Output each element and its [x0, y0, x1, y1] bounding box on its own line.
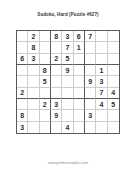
sudoku-cell-r9c9[interactable]	[108, 122, 119, 133]
sudoku-cell-r3c3[interactable]	[40, 54, 51, 65]
sudoku-cell-r8c5[interactable]	[62, 110, 73, 121]
sudoku-board: 283678716325891593274234589334	[16, 30, 120, 134]
sudoku-cell-r9c3[interactable]	[40, 122, 51, 133]
sudoku-cell-r5c3[interactable]: 5	[40, 76, 51, 87]
sudoku-cell-r6c8[interactable]: 7	[96, 88, 107, 99]
sudoku-cell-r2c7[interactable]	[85, 42, 96, 53]
sudoku-cell-r7c7[interactable]	[85, 99, 96, 110]
sudoku-cell-r1c4[interactable]: 8	[51, 31, 62, 42]
sudoku-cell-r7c8[interactable]: 4	[96, 99, 107, 110]
sudoku-cell-r5c4[interactable]	[51, 76, 62, 87]
sudoku-cell-r6c4[interactable]	[51, 88, 62, 99]
sudoku-cell-r4c3[interactable]: 8	[40, 65, 51, 76]
sudoku-cell-r3c5[interactable]: 5	[62, 54, 73, 65]
sudoku-cell-r4c4[interactable]	[51, 65, 62, 76]
sudoku-cell-r3c9[interactable]	[108, 54, 119, 65]
sudoku-cell-r6c7[interactable]	[85, 88, 96, 99]
sudoku-cell-r3c1[interactable]: 6	[17, 54, 28, 65]
sudoku-cell-r1c5[interactable]: 3	[62, 31, 73, 42]
sudoku-cell-r5c8[interactable]: 3	[96, 76, 107, 87]
sudoku-cell-r1c6[interactable]: 6	[74, 31, 85, 42]
sudoku-cell-r1c1[interactable]	[17, 31, 28, 42]
sudoku-cell-r5c5[interactable]	[62, 76, 73, 87]
sudoku-cell-r5c7[interactable]: 9	[85, 76, 96, 87]
sudoku-cell-r2c5[interactable]: 7	[62, 42, 73, 53]
sudoku-cell-r2c1[interactable]	[17, 42, 28, 53]
sudoku-cell-r8c9[interactable]	[108, 110, 119, 121]
sudoku-cell-r2c2[interactable]: 8	[28, 42, 39, 53]
sudoku-cell-r9c6[interactable]	[74, 122, 85, 133]
sudoku-cell-r6c2[interactable]	[28, 88, 39, 99]
sudoku-cell-r6c5[interactable]	[62, 88, 73, 99]
sudoku-cell-r5c1[interactable]	[17, 76, 28, 87]
sudoku-cell-r3c2[interactable]: 3	[28, 54, 39, 65]
sudoku-cell-r3c6[interactable]	[74, 54, 85, 65]
sudoku-cell-r4c9[interactable]	[108, 65, 119, 76]
puzzle-title: Sudoku, Hard (Puzzle #627)	[0, 12, 136, 18]
sudoku-cell-r2c8[interactable]	[96, 42, 107, 53]
sudoku-cell-r3c8[interactable]	[96, 54, 107, 65]
sudoku-cell-r4c2[interactable]	[28, 65, 39, 76]
sudoku-cell-r1c2[interactable]: 2	[28, 31, 39, 42]
sudoku-cell-r4c8[interactable]: 1	[96, 65, 107, 76]
sudoku-cell-r6c6[interactable]	[74, 88, 85, 99]
sudoku-cell-r3c7[interactable]	[85, 54, 96, 65]
sudoku-cell-r2c4[interactable]	[51, 42, 62, 53]
sudoku-cell-r1c9[interactable]	[108, 31, 119, 42]
sudoku-cell-r5c6[interactable]	[74, 76, 85, 87]
sudoku-cell-r9c5[interactable]: 4	[62, 122, 73, 133]
sudoku-cell-r8c1[interactable]: 8	[17, 110, 28, 121]
sudoku-cell-r4c5[interactable]: 9	[62, 65, 73, 76]
sudoku-cell-r5c9[interactable]	[108, 76, 119, 87]
sudoku-cell-r1c3[interactable]	[40, 31, 51, 42]
sudoku-cell-r7c2[interactable]	[28, 99, 39, 110]
sudoku-cell-r2c3[interactable]	[40, 42, 51, 53]
sudoku-cell-r8c8[interactable]	[96, 110, 107, 121]
sudoku-cell-r9c1[interactable]: 3	[17, 122, 28, 133]
sudoku-cell-r9c2[interactable]	[28, 122, 39, 133]
puzzle-page: Sudoku, Hard (Puzzle #627) 2836787163258…	[0, 0, 136, 176]
sudoku-cell-r4c6[interactable]	[74, 65, 85, 76]
footer-url: www.printfreesudoku.com	[0, 161, 136, 166]
sudoku-cell-r6c1[interactable]: 2	[17, 88, 28, 99]
sudoku-cell-r7c1[interactable]	[17, 99, 28, 110]
sudoku-cell-r2c6[interactable]: 1	[74, 42, 85, 53]
sudoku-cell-r7c9[interactable]: 5	[108, 99, 119, 110]
sudoku-cell-r8c4[interactable]: 9	[51, 110, 62, 121]
sudoku-cell-r5c2[interactable]	[28, 76, 39, 87]
sudoku-cell-r8c2[interactable]	[28, 110, 39, 121]
sudoku-cell-r8c3[interactable]	[40, 110, 51, 121]
sudoku-cell-r7c5[interactable]	[62, 99, 73, 110]
sudoku-cell-r9c7[interactable]	[85, 122, 96, 133]
sudoku-cell-r7c6[interactable]	[74, 99, 85, 110]
sudoku-cell-r9c4[interactable]	[51, 122, 62, 133]
sudoku-cell-r1c7[interactable]: 7	[85, 31, 96, 42]
sudoku-cell-r9c8[interactable]	[96, 122, 107, 133]
sudoku-cell-r7c3[interactable]: 2	[40, 99, 51, 110]
sudoku-cell-r3c4[interactable]: 2	[51, 54, 62, 65]
sudoku-cell-r1c8[interactable]	[96, 31, 107, 42]
sudoku-cell-r7c4[interactable]: 3	[51, 99, 62, 110]
sudoku-cell-r8c7[interactable]: 3	[85, 110, 96, 121]
sudoku-cell-r6c9[interactable]: 4	[108, 88, 119, 99]
sudoku-cell-r4c7[interactable]	[85, 65, 96, 76]
sudoku-cell-r2c9[interactable]	[108, 42, 119, 53]
sudoku-cell-r6c3[interactable]	[40, 88, 51, 99]
sudoku-cell-r4c1[interactable]	[17, 65, 28, 76]
sudoku-cell-r8c6[interactable]	[74, 110, 85, 121]
